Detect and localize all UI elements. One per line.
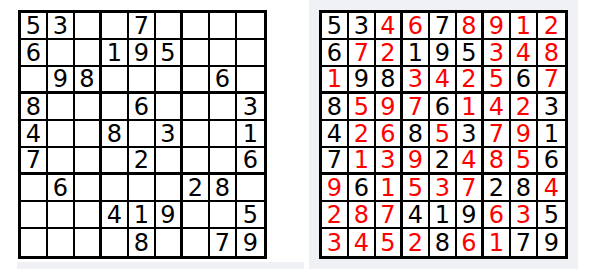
puzzle-cell-r8c1 <box>21 202 48 229</box>
solution-cell-r8c2: 8 <box>349 202 376 229</box>
puzzle-cell-r7c3 <box>75 175 102 202</box>
solution-cell-r1c3: 4 <box>376 13 403 40</box>
puzzle-cell-r7c2: 6 <box>48 175 75 202</box>
puzzle-cell-r1c3 <box>75 13 102 40</box>
puzzle-cell-r3c2: 9 <box>48 67 75 94</box>
solution-cell-r9c4: 2 <box>403 229 430 256</box>
puzzle-cell-r8c8 <box>210 202 237 229</box>
solution-cell-r5c4: 8 <box>403 121 430 148</box>
puzzle-caption-strip <box>17 262 304 269</box>
puzzle-cell-r1c4 <box>102 13 129 40</box>
puzzle-cell-r6c2 <box>48 148 75 175</box>
puzzle-cell-r8c7 <box>183 202 210 229</box>
solution-cell-r6c4: 9 <box>403 148 430 175</box>
puzzle-cell-r2c3 <box>75 40 102 67</box>
solution-cell-r6c7: 8 <box>484 148 511 175</box>
puzzle-cell-r4c8 <box>210 94 237 121</box>
puzzle-cell-r9c1 <box>21 229 48 256</box>
solution-cell-r4c9: 3 <box>538 94 565 121</box>
puzzle-cell-r3c3: 8 <box>75 67 102 94</box>
solution-cell-r5c6: 3 <box>457 121 484 148</box>
puzzle-cell-r5c8 <box>210 121 237 148</box>
solution-cell-r6c1: 7 <box>322 148 349 175</box>
puzzle-cell-r6c4 <box>102 148 129 175</box>
puzzle-cell-r4c3 <box>75 94 102 121</box>
solution-cell-r3c9: 7 <box>538 67 565 94</box>
solution-cell-r2c2: 7 <box>349 40 376 67</box>
solution-cell-r1c5: 7 <box>430 13 457 40</box>
puzzle-cell-r8c6: 9 <box>156 202 183 229</box>
puzzle-cell-r3c6 <box>156 67 183 94</box>
solution-cell-r3c6: 2 <box>457 67 484 94</box>
solution-cell-r7c5: 3 <box>430 175 457 202</box>
puzzle-cell-r2c5: 9 <box>129 40 156 67</box>
solution-cell-r4c3: 9 <box>376 94 403 121</box>
solution-cell-r8c5: 1 <box>430 202 457 229</box>
puzzle-cell-r3c9 <box>237 67 264 94</box>
solution-cell-r9c8: 7 <box>511 229 538 256</box>
solution-cell-r4c6: 1 <box>457 94 484 121</box>
solution-cell-r7c1: 9 <box>322 175 349 202</box>
solution-cell-r3c3: 8 <box>376 67 403 94</box>
puzzle-cell-r9c2 <box>48 229 75 256</box>
solution-cell-r3c1: 1 <box>322 67 349 94</box>
puzzle-cell-r4c9: 3 <box>237 94 264 121</box>
puzzle-cell-r6c8 <box>210 148 237 175</box>
puzzle-cell-r3c7 <box>183 67 210 94</box>
solution-cell-r1c1: 5 <box>322 13 349 40</box>
solution-cell-r2c5: 9 <box>430 40 457 67</box>
solution-cell-r1c6: 8 <box>457 13 484 40</box>
solution-cell-r3c8: 6 <box>511 67 538 94</box>
solution-cell-r6c6: 4 <box>457 148 484 175</box>
puzzle-cell-r1c9 <box>237 13 264 40</box>
puzzle-cell-r6c9: 6 <box>237 148 264 175</box>
solution-cell-r7c6: 7 <box>457 175 484 202</box>
puzzle-cell-r6c3 <box>75 148 102 175</box>
solution-cell-r9c3: 5 <box>376 229 403 256</box>
solution-cell-r7c8: 8 <box>511 175 538 202</box>
puzzle-cell-r5c3 <box>75 121 102 148</box>
solution-cell-r7c7: 2 <box>484 175 511 202</box>
puzzle-cell-r7c9 <box>237 175 264 202</box>
puzzle-cell-r6c5: 2 <box>129 148 156 175</box>
solution-cell-r7c9: 4 <box>538 175 565 202</box>
puzzle-cell-r5c2 <box>48 121 75 148</box>
puzzle-cell-r7c8: 8 <box>210 175 237 202</box>
solution-cell-r8c8: 3 <box>511 202 538 229</box>
puzzle-cell-r9c7 <box>183 229 210 256</box>
page: 537619598686348317266284195879 534678912… <box>0 0 605 269</box>
solution-cell-r2c4: 1 <box>403 40 430 67</box>
solution-cell-r5c9: 1 <box>538 121 565 148</box>
puzzle-cell-r8c3 <box>75 202 102 229</box>
solution-cell-r9c1: 3 <box>322 229 349 256</box>
solution-cell-r2c1: 6 <box>322 40 349 67</box>
puzzle-cell-r5c9: 1 <box>237 121 264 148</box>
puzzle-cell-r2c1: 6 <box>21 40 48 67</box>
solution-cell-r8c6: 9 <box>457 202 484 229</box>
solution-panel: 5346789126721953481983425678597614234268… <box>309 0 578 269</box>
puzzle-cell-r7c5 <box>129 175 156 202</box>
solution-cell-r4c7: 4 <box>484 94 511 121</box>
puzzle-cell-r3c5 <box>129 67 156 94</box>
puzzle-cell-r6c6 <box>156 148 183 175</box>
puzzle-cell-r1c5: 7 <box>129 13 156 40</box>
puzzle-cell-r6c1: 7 <box>21 148 48 175</box>
puzzle-cell-r1c8 <box>210 13 237 40</box>
solution-cell-r8c9: 5 <box>538 202 565 229</box>
solution-cell-r4c1: 8 <box>322 94 349 121</box>
puzzle-cell-r5c1: 4 <box>21 121 48 148</box>
solution-cell-r8c1: 2 <box>322 202 349 229</box>
puzzle-cell-r4c2 <box>48 94 75 121</box>
puzzle-cell-r2c4: 1 <box>102 40 129 67</box>
puzzle-cell-r7c6 <box>156 175 183 202</box>
puzzle-cell-r9c5: 8 <box>129 229 156 256</box>
puzzle-cell-r2c6: 5 <box>156 40 183 67</box>
puzzle-grid: 537619598686348317266284195879 <box>18 10 267 259</box>
puzzle-cell-r2c7 <box>183 40 210 67</box>
solution-cell-r6c9: 6 <box>538 148 565 175</box>
solution-cell-r4c2: 5 <box>349 94 376 121</box>
solution-cell-r7c4: 5 <box>403 175 430 202</box>
solution-cell-r4c4: 7 <box>403 94 430 121</box>
solution-cell-r8c7: 6 <box>484 202 511 229</box>
puzzle-cell-r3c4 <box>102 67 129 94</box>
solution-cell-r9c2: 4 <box>349 229 376 256</box>
puzzle-cell-r8c9: 5 <box>237 202 264 229</box>
solution-cell-r6c5: 2 <box>430 148 457 175</box>
solution-cell-r9c5: 8 <box>430 229 457 256</box>
puzzle-cell-r9c4 <box>102 229 129 256</box>
puzzle-cell-r3c1 <box>21 67 48 94</box>
solution-cell-r6c8: 5 <box>511 148 538 175</box>
puzzle-cell-r8c5: 1 <box>129 202 156 229</box>
puzzle-cell-r5c5 <box>129 121 156 148</box>
solution-cell-r9c9: 9 <box>538 229 565 256</box>
solution-cell-r8c4: 4 <box>403 202 430 229</box>
puzzle-cell-r9c8: 7 <box>210 229 237 256</box>
puzzle-cell-r5c4: 8 <box>102 121 129 148</box>
solution-grid: 5346789126721953481983425678597614234268… <box>319 10 568 259</box>
solution-cell-r2c8: 4 <box>511 40 538 67</box>
puzzle-cell-r4c6 <box>156 94 183 121</box>
solution-cell-r4c5: 6 <box>430 94 457 121</box>
solution-cell-r5c5: 5 <box>430 121 457 148</box>
solution-cell-r1c9: 2 <box>538 13 565 40</box>
puzzle-cell-r3c8: 6 <box>210 67 237 94</box>
puzzle-cell-r9c9: 9 <box>237 229 264 256</box>
solution-cell-r8c3: 7 <box>376 202 403 229</box>
solution-cell-r5c3: 6 <box>376 121 403 148</box>
puzzle-cell-r7c1 <box>21 175 48 202</box>
puzzle-cell-r8c4: 4 <box>102 202 129 229</box>
solution-cell-r6c3: 3 <box>376 148 403 175</box>
solution-cell-r7c2: 6 <box>349 175 376 202</box>
solution-cell-r5c7: 7 <box>484 121 511 148</box>
puzzle-cell-r4c4 <box>102 94 129 121</box>
solution-cell-r2c3: 2 <box>376 40 403 67</box>
solution-cell-r4c8: 2 <box>511 94 538 121</box>
solution-cell-r5c2: 2 <box>349 121 376 148</box>
puzzle-cell-r2c2 <box>48 40 75 67</box>
solution-cell-r1c8: 1 <box>511 13 538 40</box>
puzzle-cell-r9c6 <box>156 229 183 256</box>
puzzle-cell-r7c4 <box>102 175 129 202</box>
puzzle-cell-r1c6 <box>156 13 183 40</box>
puzzle-cell-r6c7 <box>183 148 210 175</box>
puzzle-cell-r5c6: 3 <box>156 121 183 148</box>
puzzle-cell-r1c1: 5 <box>21 13 48 40</box>
solution-cell-r9c6: 6 <box>457 229 484 256</box>
puzzle-cell-r4c1: 8 <box>21 94 48 121</box>
solution-cell-r9c7: 1 <box>484 229 511 256</box>
solution-cell-r7c3: 1 <box>376 175 403 202</box>
puzzle-cell-r9c3 <box>75 229 102 256</box>
solution-cell-r1c2: 3 <box>349 13 376 40</box>
puzzle-cell-r5c7 <box>183 121 210 148</box>
puzzle-cell-r2c8 <box>210 40 237 67</box>
solution-cell-r5c1: 4 <box>322 121 349 148</box>
solution-cell-r1c7: 9 <box>484 13 511 40</box>
solution-cell-r3c2: 9 <box>349 67 376 94</box>
solution-cell-r1c4: 6 <box>403 13 430 40</box>
solution-cell-r3c5: 4 <box>430 67 457 94</box>
solution-cell-r2c9: 8 <box>538 40 565 67</box>
solution-cell-r2c7: 3 <box>484 40 511 67</box>
puzzle-cell-r1c7 <box>183 13 210 40</box>
puzzle-cell-r4c7 <box>183 94 210 121</box>
puzzle-cell-r1c2: 3 <box>48 13 75 40</box>
solution-cell-r3c7: 5 <box>484 67 511 94</box>
solution-cell-r3c4: 3 <box>403 67 430 94</box>
puzzle-cell-r7c7: 2 <box>183 175 210 202</box>
puzzle-cell-r4c5: 6 <box>129 94 156 121</box>
solution-cell-r2c6: 5 <box>457 40 484 67</box>
puzzle-cell-r8c2 <box>48 202 75 229</box>
solution-cell-r6c2: 1 <box>349 148 376 175</box>
puzzle-cell-r2c9 <box>237 40 264 67</box>
solution-cell-r5c8: 9 <box>511 121 538 148</box>
